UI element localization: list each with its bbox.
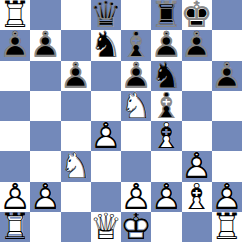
piece-glyph-outline: ♙ <box>91 121 121 151</box>
piece-white-knight[interactable]: ♞♘ <box>61 151 91 181</box>
piece-black-pawn[interactable]: ♟♙ <box>0 30 30 60</box>
square-a5[interactable] <box>0 91 30 121</box>
piece-glyph-outline: ♘ <box>91 30 121 60</box>
piece-glyph-outline: ♖ <box>212 212 242 242</box>
square-d6[interactable] <box>91 61 121 91</box>
square-d3[interactable] <box>91 151 121 181</box>
square-d4[interactable]: ♟♙ <box>91 121 121 151</box>
piece-glyph-outline: ♙ <box>30 182 60 212</box>
square-d7[interactable]: ♞♘ <box>91 30 121 60</box>
piece-white-pawn[interactable]: ♟♙ <box>91 121 121 151</box>
piece-black-pawn[interactable]: ♟♙ <box>182 30 212 60</box>
piece-glyph-outline: ♖ <box>0 212 30 242</box>
square-d1[interactable]: ♛♕ <box>91 212 121 242</box>
square-f2[interactable]: ♟♙ <box>151 182 181 212</box>
square-h5[interactable] <box>212 91 242 121</box>
piece-white-queen[interactable]: ♛♕ <box>91 212 121 242</box>
square-g6[interactable] <box>182 61 212 91</box>
piece-black-pawn[interactable]: ♟♙ <box>30 30 60 60</box>
piece-black-pawn[interactable]: ♟♙ <box>61 61 91 91</box>
square-a1[interactable]: ♜♖ <box>0 212 30 242</box>
square-a6[interactable] <box>0 61 30 91</box>
square-b5[interactable] <box>30 91 60 121</box>
square-e4[interactable] <box>121 121 151 151</box>
piece-glyph-outline: ♙ <box>61 61 91 91</box>
square-a7[interactable]: ♟♙ <box>0 30 30 60</box>
piece-glyph-outline: ♘ <box>61 151 91 181</box>
square-g5[interactable] <box>182 91 212 121</box>
square-b2[interactable]: ♟♙ <box>30 182 60 212</box>
square-f1[interactable] <box>151 212 181 242</box>
square-b1[interactable] <box>30 212 60 242</box>
square-g2[interactable]: ♝♗ <box>182 182 212 212</box>
square-c3[interactable]: ♞♘ <box>61 151 91 181</box>
piece-white-pawn[interactable]: ♟♙ <box>151 182 181 212</box>
chess-board: ♜♖♛♕♜♖♚♔♟♙♟♙♞♘♝♗♟♙♟♙♟♙♟♙♞♘♟♙♞♘♝♗♟♙♝♗♞♘♟♙… <box>0 0 242 242</box>
square-b6[interactable] <box>30 61 60 91</box>
square-e1[interactable]: ♚♔ <box>121 212 151 242</box>
piece-white-bishop[interactable]: ♝♗ <box>151 121 181 151</box>
piece-glyph-outline: ♔ <box>121 212 151 242</box>
square-g1[interactable] <box>182 212 212 242</box>
piece-black-pawn[interactable]: ♟♙ <box>212 61 242 91</box>
square-h4[interactable] <box>212 121 242 151</box>
square-c5[interactable] <box>61 91 91 121</box>
piece-glyph-outline: ♙ <box>212 61 242 91</box>
square-b7[interactable]: ♟♙ <box>30 30 60 60</box>
square-c1[interactable] <box>61 212 91 242</box>
piece-white-rook[interactable]: ♜♖ <box>0 212 30 242</box>
square-e5[interactable]: ♞♘ <box>121 91 151 121</box>
piece-white-knight[interactable]: ♞♘ <box>121 91 151 121</box>
square-c8[interactable] <box>61 0 91 30</box>
piece-white-rook[interactable]: ♜♖ <box>212 212 242 242</box>
piece-glyph-outline: ♙ <box>151 182 181 212</box>
square-h1[interactable]: ♜♖ <box>212 212 242 242</box>
piece-glyph-outline: ♙ <box>182 30 212 60</box>
square-c2[interactable] <box>61 182 91 212</box>
square-h8[interactable] <box>212 0 242 30</box>
piece-white-bishop[interactable]: ♝♗ <box>182 182 212 212</box>
square-b4[interactable] <box>30 121 60 151</box>
piece-glyph-outline: ♗ <box>151 121 181 151</box>
piece-black-knight[interactable]: ♞♘ <box>91 30 121 60</box>
piece-glyph-outline: ♗ <box>182 182 212 212</box>
piece-glyph-outline: ♙ <box>0 30 30 60</box>
piece-glyph-outline: ♙ <box>30 30 60 60</box>
piece-glyph-outline: ♕ <box>91 212 121 242</box>
piece-glyph-outline: ♘ <box>121 91 151 121</box>
piece-white-pawn[interactable]: ♟♙ <box>30 182 60 212</box>
square-h6[interactable]: ♟♙ <box>212 61 242 91</box>
square-a4[interactable] <box>0 121 30 151</box>
piece-white-king[interactable]: ♚♔ <box>121 212 151 242</box>
square-c6[interactable]: ♟♙ <box>61 61 91 91</box>
square-f4[interactable]: ♝♗ <box>151 121 181 151</box>
square-g7[interactable]: ♟♙ <box>182 30 212 60</box>
